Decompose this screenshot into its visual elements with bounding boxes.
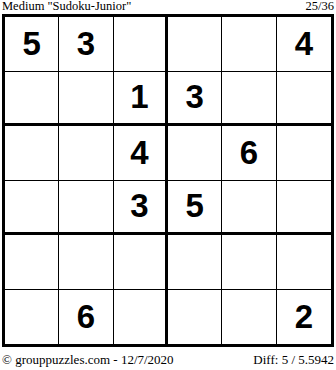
cell-r2c3-given: 1 — [114, 72, 168, 127]
cell-r1c5[interactable] — [222, 17, 276, 72]
sudoku-board: 53413463562 — [2, 14, 334, 347]
cell-r6c5[interactable] — [222, 290, 276, 345]
cell-r5c5[interactable] — [222, 235, 276, 290]
cell-r4c2[interactable] — [59, 181, 113, 236]
cell-r4c5[interactable] — [222, 181, 276, 236]
cell-r2c6[interactable] — [277, 72, 331, 127]
puzzle-footer: © grouppuzzles.com - 12/7/2020 Diff: 5 /… — [2, 351, 334, 368]
cell-r1c3[interactable] — [114, 17, 168, 72]
cell-r3c4[interactable] — [168, 126, 222, 181]
cell-r5c2[interactable] — [59, 235, 113, 290]
cell-r6c4[interactable] — [168, 290, 222, 345]
copyright-credit: © grouppuzzles.com - 12/7/2020 — [2, 352, 174, 368]
cell-r3c6[interactable] — [277, 126, 331, 181]
cell-r5c3[interactable] — [114, 235, 168, 290]
cell-r5c1[interactable] — [5, 235, 59, 290]
cell-r1c2-given: 3 — [59, 17, 113, 72]
cell-r1c6-given: 4 — [277, 17, 331, 72]
cell-r4c3-given: 3 — [114, 181, 168, 236]
cell-r3c3-given: 4 — [114, 126, 168, 181]
difficulty-label: Diff: 5 / 5.5942 — [253, 352, 334, 368]
puzzle-page: Medium "Sudoku-Junior" 25/36 53413463562… — [0, 0, 336, 370]
cell-r2c1[interactable] — [5, 72, 59, 127]
cell-r1c4[interactable] — [168, 17, 222, 72]
cell-r4c6[interactable] — [277, 181, 331, 236]
cell-r2c4-given: 3 — [168, 72, 222, 127]
cell-r6c1[interactable] — [5, 290, 59, 345]
cell-r6c2-given: 6 — [59, 290, 113, 345]
cell-r6c6-given: 2 — [277, 290, 331, 345]
cell-r3c5-given: 6 — [222, 126, 276, 181]
cell-r4c4-given: 5 — [168, 181, 222, 236]
puzzle-header: Medium "Sudoku-Junior" 25/36 — [2, 0, 334, 13]
cell-r5c6[interactable] — [277, 235, 331, 290]
puzzle-title: Medium "Sudoku-Junior" — [2, 0, 131, 13]
cell-r1c1-given: 5 — [5, 17, 59, 72]
cell-r5c4[interactable] — [168, 235, 222, 290]
cell-r3c1[interactable] — [5, 126, 59, 181]
cell-r3c2[interactable] — [59, 126, 113, 181]
cell-r2c2[interactable] — [59, 72, 113, 127]
puzzle-counter: 25/36 — [306, 0, 334, 13]
cell-r6c3[interactable] — [114, 290, 168, 345]
cell-r2c5[interactable] — [222, 72, 276, 127]
cell-r4c1[interactable] — [5, 181, 59, 236]
